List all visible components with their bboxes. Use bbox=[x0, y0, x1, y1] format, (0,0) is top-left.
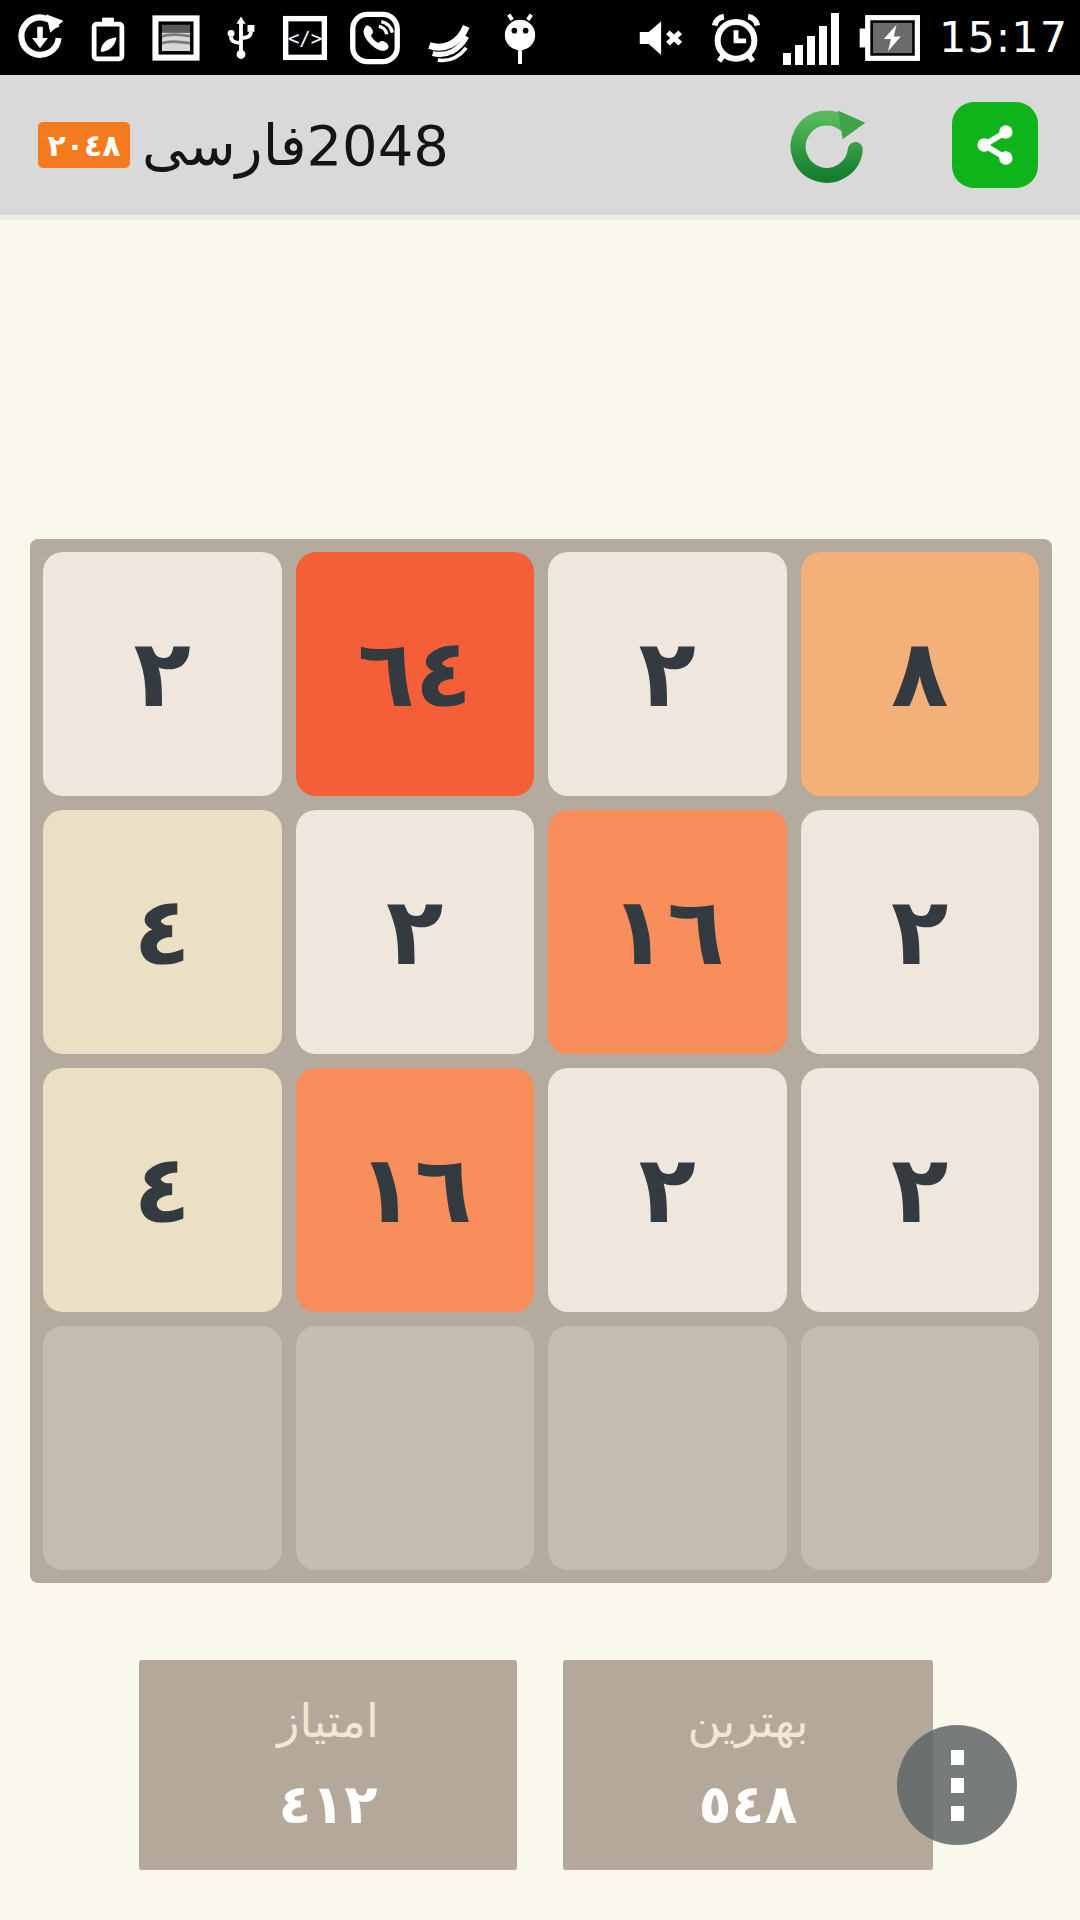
tile-r2c1-value-16: ١٦ bbox=[296, 1068, 535, 1312]
app-title: 2048فارسی bbox=[142, 113, 449, 178]
tile-r1c1-value-2: ٢ bbox=[296, 810, 535, 1054]
usb-icon bbox=[218, 9, 264, 67]
developer-mode-icon: </> bbox=[278, 11, 332, 65]
tile-r0c3-value-8: ٨ bbox=[801, 552, 1040, 796]
game-board[interactable]: ٢٦٤٢٨٤٢١٦٢٤١٦٢٢ bbox=[30, 539, 1052, 1583]
status-bar-system-icons: 15:17 bbox=[631, 0, 1068, 75]
app-icon-text: ٢٠٤٨ bbox=[47, 128, 120, 163]
status-bar-notification-icons: </> bbox=[12, 9, 546, 67]
tile-r3c3-empty bbox=[801, 1326, 1040, 1570]
tile-r1c3-value-2: ٢ bbox=[801, 810, 1040, 1054]
share-icon bbox=[969, 119, 1021, 171]
phone-screen: </> bbox=[0, 0, 1080, 1920]
tile-r0c0-value-2: ٢ bbox=[43, 552, 282, 796]
signal-strength-icon bbox=[783, 11, 839, 65]
menu-fab[interactable] bbox=[897, 1725, 1017, 1845]
tile-r3c1-empty bbox=[296, 1326, 535, 1570]
score-label: امتیاز bbox=[277, 1694, 378, 1748]
swiftkey-icon bbox=[418, 10, 480, 66]
alarm-icon bbox=[707, 9, 765, 67]
app-bar-actions bbox=[786, 100, 1080, 191]
app-launcher-icon: ٢٠٤٨ bbox=[38, 122, 130, 168]
battery-charging-icon bbox=[857, 12, 921, 64]
best-score-label: بهترین bbox=[687, 1694, 808, 1748]
sync-icon bbox=[12, 10, 68, 66]
app-bar: ٢٠٤٨ 2048فارسی bbox=[0, 75, 1080, 220]
screenshot-icon bbox=[148, 10, 204, 66]
battery-saver-icon bbox=[82, 10, 134, 66]
tile-r2c3-value-2: ٢ bbox=[801, 1068, 1040, 1312]
tile-r0c2-value-2: ٢ bbox=[548, 552, 787, 796]
score-value: ٤١٢ bbox=[279, 1773, 378, 1836]
viber-icon bbox=[346, 9, 404, 67]
android-icon bbox=[494, 9, 546, 67]
refresh-icon bbox=[786, 100, 868, 188]
best-score-box: بهترین ٥٤٨ bbox=[563, 1660, 933, 1870]
tile-r2c0-value-4: ٤ bbox=[43, 1068, 282, 1312]
more-vertical-icon bbox=[951, 1750, 964, 1765]
tile-r3c2-empty bbox=[548, 1326, 787, 1570]
tile-r1c2-value-16: ١٦ bbox=[548, 810, 787, 1054]
svg-text:</>: </> bbox=[288, 27, 322, 49]
volume-mute-icon bbox=[631, 11, 689, 65]
tile-r2c2-value-2: ٢ bbox=[548, 1068, 787, 1312]
tile-r0c1-value-64: ٦٤ bbox=[296, 552, 535, 796]
score-box: امتیاز ٤١٢ bbox=[139, 1660, 517, 1870]
share-button[interactable] bbox=[952, 102, 1038, 188]
tile-r1c0-value-4: ٤ bbox=[43, 810, 282, 1054]
best-score-value: ٥٤٨ bbox=[699, 1773, 798, 1836]
status-bar-clock: 15:17 bbox=[939, 0, 1068, 75]
tile-r3c0-empty bbox=[43, 1326, 282, 1570]
android-status-bar: </> bbox=[0, 0, 1080, 75]
restart-button[interactable] bbox=[786, 100, 868, 191]
